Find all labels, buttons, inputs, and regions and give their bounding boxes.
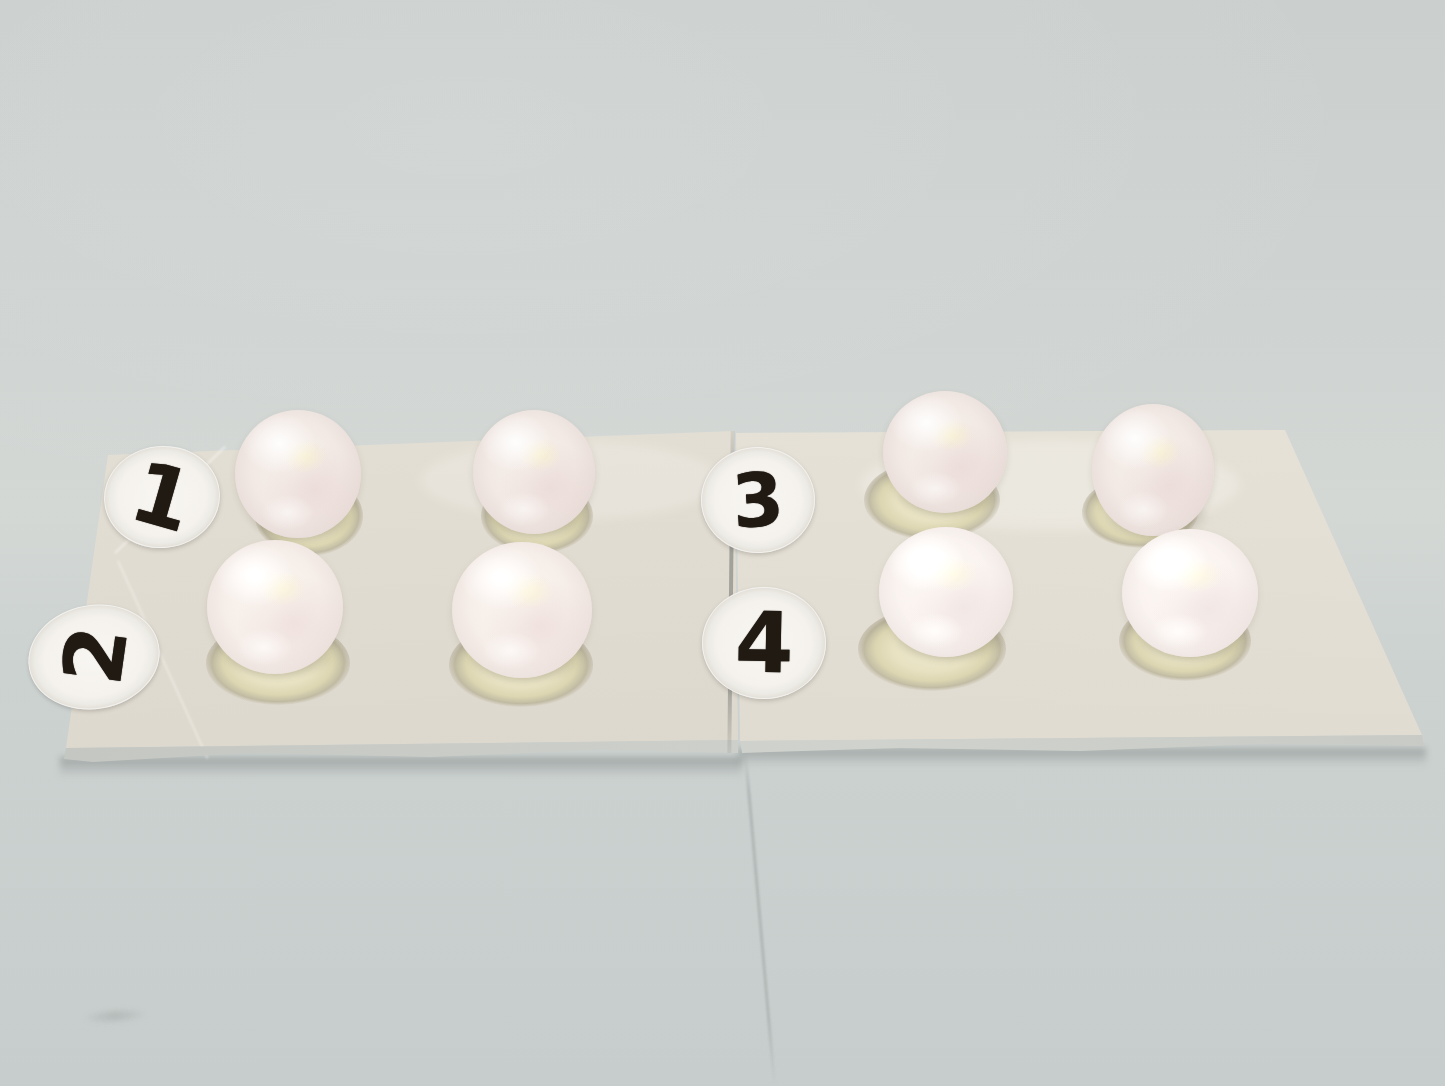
- card-left-shadow: [60, 757, 742, 777]
- pearl-6: [452, 542, 592, 678]
- pearl-5: [207, 540, 343, 674]
- sticker-digit-2: 2: [52, 621, 141, 689]
- pearl-3: [883, 391, 1007, 513]
- pearl-2: [473, 410, 595, 534]
- pearl-7: [879, 527, 1013, 657]
- sticker-digit-3: 3: [730, 461, 787, 538]
- sticker-digit-1: 1: [122, 449, 201, 546]
- pair-sticker-4: 4: [702, 587, 826, 699]
- pearl-sample-photo: 1 2 3 4: [0, 0, 1445, 1086]
- pearl-4: [1092, 404, 1214, 536]
- pearl-8: [1122, 529, 1258, 657]
- pearl-1: [235, 410, 361, 538]
- sticker-digit-4: 4: [734, 600, 794, 685]
- pair-sticker-3: 3: [701, 447, 815, 553]
